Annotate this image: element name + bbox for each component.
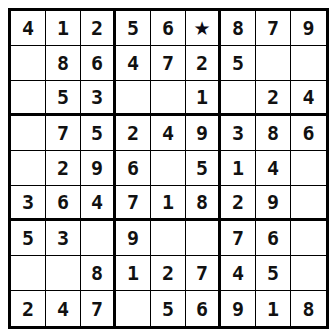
given-cell-r6c4[interactable]: 7 [116,186,151,221]
given-cell-r7c8[interactable]: 6 [256,221,291,256]
empty-cell-r7c3[interactable] [81,221,116,256]
given-cell-r8c8[interactable]: 5 [256,256,291,291]
empty-cell-r4c1[interactable] [11,116,46,151]
given-cell-r2c7[interactable]: 5 [221,46,256,81]
given-cell-r6c7[interactable]: 2 [221,186,256,221]
given-cell-r5c6[interactable]: 5 [186,151,221,186]
given-cell-r1c2[interactable]: 1 [46,11,81,46]
given-cell-r2c5[interactable]: 7 [151,46,186,81]
given-cell-r9c8[interactable]: 1 [256,291,291,326]
empty-cell-r9c4[interactable] [116,291,151,326]
empty-cell-r7c6[interactable] [186,221,221,256]
given-cell-r1c1[interactable]: 4 [11,11,46,46]
given-cell-r3c2[interactable]: 5 [46,81,81,116]
given-cell-r9c6[interactable]: 6 [186,291,221,326]
given-cell-r7c7[interactable]: 7 [221,221,256,256]
empty-cell-r5c1[interactable] [11,151,46,186]
given-cell-r1c4[interactable]: 5 [116,11,151,46]
given-cell-r4c8[interactable]: 8 [256,116,291,151]
given-cell-r5c2[interactable]: 2 [46,151,81,186]
given-cell-r8c4[interactable]: 1 [116,256,151,291]
given-cell-r6c2[interactable]: 6 [46,186,81,221]
given-cell-r6c1[interactable]: 3 [11,186,46,221]
given-cell-r5c3[interactable]: 9 [81,151,116,186]
given-cell-r9c2[interactable]: 4 [46,291,81,326]
given-cell-r4c6[interactable]: 9 [186,116,221,151]
given-cell-r2c6[interactable]: 2 [186,46,221,81]
given-cell-r7c4[interactable]: 9 [116,221,151,256]
given-cell-r8c6[interactable]: 7 [186,256,221,291]
empty-cell-r5c5[interactable] [151,151,186,186]
empty-cell-r2c1[interactable] [11,46,46,81]
given-cell-r9c5[interactable]: 5 [151,291,186,326]
empty-cell-r7c5[interactable] [151,221,186,256]
empty-cell-r3c1[interactable] [11,81,46,116]
given-cell-r1c7[interactable]: 8 [221,11,256,46]
given-cell-r3c6[interactable]: 1 [186,81,221,116]
given-cell-r4c2[interactable]: 7 [46,116,81,151]
given-cell-r7c2[interactable]: 3 [46,221,81,256]
empty-cell-r8c1[interactable] [11,256,46,291]
given-cell-r3c3[interactable]: 3 [81,81,116,116]
given-cell-r1c9[interactable]: 9 [291,11,326,46]
given-cell-r4c4[interactable]: 2 [116,116,151,151]
given-cell-r2c4[interactable]: 4 [116,46,151,81]
given-cell-r1c3[interactable]: 2 [81,11,116,46]
given-cell-r1c8[interactable]: 7 [256,11,291,46]
given-cell-r9c1[interactable]: 2 [11,291,46,326]
empty-cell-r7c9[interactable] [291,221,326,256]
empty-cell-r8c2[interactable] [46,256,81,291]
given-cell-r5c8[interactable]: 4 [256,151,291,186]
given-cell-r6c5[interactable]: 1 [151,186,186,221]
given-cell-r2c2[interactable]: 8 [46,46,81,81]
given-cell-r3c9[interactable]: 4 [291,81,326,116]
empty-cell-r2c8[interactable] [256,46,291,81]
given-cell-r8c5[interactable]: 2 [151,256,186,291]
given-cell-r8c7[interactable]: 4 [221,256,256,291]
star-icon: ★ [193,19,210,38]
empty-cell-r2c9[interactable] [291,46,326,81]
empty-cell-r3c5[interactable] [151,81,186,116]
given-cell-r5c4[interactable]: 6 [116,151,151,186]
given-cell-r5c7[interactable]: 1 [221,151,256,186]
given-cell-r6c6[interactable]: 8 [186,186,221,221]
empty-cell-r8c9[interactable] [291,256,326,291]
given-cell-r4c5[interactable]: 4 [151,116,186,151]
empty-cell-r3c7[interactable] [221,81,256,116]
sudoku-board-wrapper: 41256★8798647255312475249386296514364718… [8,8,329,329]
star-cell-r1c6[interactable]: ★ [186,11,221,46]
empty-cell-r6c9[interactable] [291,186,326,221]
given-cell-r3c8[interactable]: 2 [256,81,291,116]
empty-cell-r5c9[interactable] [291,151,326,186]
given-cell-r4c7[interactable]: 3 [221,116,256,151]
given-cell-r2c3[interactable]: 6 [81,46,116,81]
sudoku-board: 41256★8798647255312475249386296514364718… [8,8,329,329]
given-cell-r9c3[interactable]: 7 [81,291,116,326]
given-cell-r9c9[interactable]: 8 [291,291,326,326]
given-cell-r8c3[interactable]: 8 [81,256,116,291]
empty-cell-r3c4[interactable] [116,81,151,116]
given-cell-r7c1[interactable]: 5 [11,221,46,256]
given-cell-r4c3[interactable]: 5 [81,116,116,151]
given-cell-r1c5[interactable]: 6 [151,11,186,46]
given-cell-r4c9[interactable]: 6 [291,116,326,151]
given-cell-r9c7[interactable]: 9 [221,291,256,326]
given-cell-r6c8[interactable]: 9 [256,186,291,221]
given-cell-r6c3[interactable]: 4 [81,186,116,221]
